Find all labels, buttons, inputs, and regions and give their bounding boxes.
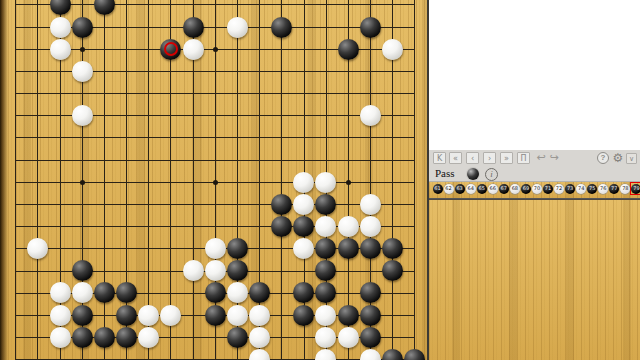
white-stone — [360, 216, 381, 237]
black-move-disc: 63 — [455, 184, 465, 194]
go-to-start-button[interactable]: K — [433, 152, 446, 164]
white-stone — [360, 194, 381, 215]
black-stone — [72, 17, 93, 38]
white-stone — [50, 282, 71, 303]
white-stone — [338, 216, 359, 237]
white-stone — [338, 327, 359, 348]
black-move-disc: 79 — [631, 184, 640, 194]
white-stone — [50, 17, 71, 38]
move-thumbnail-66[interactable]: 66 — [487, 183, 498, 194]
white-stone — [293, 194, 314, 215]
white-stone — [293, 238, 314, 259]
black-stone — [315, 194, 336, 215]
black-stone — [315, 282, 336, 303]
pass-button[interactable]: Pass — [433, 167, 457, 180]
white-stone — [138, 305, 159, 326]
back-1-button[interactable]: ‹ — [466, 152, 479, 164]
white-stone — [315, 327, 336, 348]
move-thumbnail-75[interactable]: 75 — [587, 183, 598, 194]
gear-icon[interactable]: ⚙ — [611, 151, 625, 165]
panel-divider — [427, 0, 429, 360]
white-stone — [360, 105, 381, 126]
move-thumbnail-71[interactable]: 71 — [543, 183, 554, 194]
black-move-disc: 65 — [477, 184, 487, 194]
black-stone-last-move — [160, 39, 181, 60]
move-thumbnail-65[interactable]: 65 — [476, 183, 487, 194]
black-move-disc: 73 — [565, 184, 575, 194]
white-stone — [183, 260, 204, 281]
controls-bar: K « ‹ › » П ↩ ↪ ? ⚙ ∨ Pass i — [429, 150, 640, 182]
black-stone — [72, 327, 93, 348]
move-thumbnail-76[interactable]: 76 — [598, 183, 609, 194]
white-stone — [249, 327, 270, 348]
black-stone — [315, 260, 336, 281]
white-stone — [205, 238, 226, 259]
info-icon[interactable]: i — [485, 168, 498, 181]
white-stone — [50, 305, 71, 326]
black-stone — [293, 216, 314, 237]
black-stone — [338, 305, 359, 326]
white-stone — [315, 305, 336, 326]
black-stone — [360, 238, 381, 259]
black-stone — [50, 0, 71, 15]
move-thumbnail-69[interactable]: 69 — [520, 183, 531, 194]
black-stone — [227, 260, 248, 281]
white-stone — [72, 61, 93, 82]
black-stone — [94, 0, 115, 15]
black-stone — [293, 282, 314, 303]
black-stone — [382, 260, 403, 281]
white-stone — [160, 305, 181, 326]
white-move-disc: 78 — [620, 184, 630, 194]
black-move-disc: 77 — [609, 184, 619, 194]
white-stone — [205, 260, 226, 281]
black-stone — [116, 305, 137, 326]
white-stone — [249, 305, 270, 326]
black-stone — [116, 282, 137, 303]
white-stone — [138, 327, 159, 348]
forward-10-button[interactable]: » — [500, 152, 513, 164]
white-move-disc: 76 — [598, 184, 608, 194]
black-stone — [72, 260, 93, 281]
white-stone — [315, 349, 336, 360]
black-stone — [227, 327, 248, 348]
white-stone — [72, 105, 93, 126]
black-stone — [382, 238, 403, 259]
black-stone — [271, 216, 292, 237]
move-thumbnail-61[interactable]: 61 — [432, 183, 443, 194]
black-stone — [205, 282, 226, 303]
black-stone — [271, 17, 292, 38]
white-move-disc: 74 — [576, 184, 586, 194]
board-left-edge — [0, 0, 8, 360]
white-stone — [227, 305, 248, 326]
branch-back-icon[interactable]: ↩ — [534, 151, 548, 165]
black-stone — [72, 305, 93, 326]
white-stone — [315, 172, 336, 193]
white-stone — [249, 349, 270, 360]
move-thumbnail-64[interactable]: 64 — [465, 183, 476, 194]
move-thumbnail-72[interactable]: 72 — [554, 183, 565, 194]
white-stone — [360, 349, 381, 360]
move-thumbnail-79[interactable]: 79 — [631, 183, 640, 194]
board-stones — [5, 0, 426, 360]
turn-indicator-black-stone-icon — [467, 168, 479, 180]
black-stone — [271, 194, 292, 215]
move-thumbnail-70[interactable]: 70 — [531, 183, 542, 194]
white-stone — [227, 282, 248, 303]
table-background — [429, 200, 640, 360]
move-thumbnail-62[interactable]: 62 — [443, 183, 454, 194]
white-move-disc: 70 — [532, 184, 542, 194]
black-stone — [94, 327, 115, 348]
go-board[interactable] — [0, 0, 427, 360]
black-stone — [360, 305, 381, 326]
white-move-disc: 66 — [488, 184, 498, 194]
black-stone — [338, 39, 359, 60]
white-move-disc: 62 — [444, 184, 454, 194]
white-stone — [315, 216, 336, 237]
black-move-disc: 69 — [521, 184, 531, 194]
white-stone — [293, 172, 314, 193]
help-icon[interactable]: ? — [597, 152, 609, 164]
white-move-disc: 68 — [510, 184, 520, 194]
pass-row: Pass i — [429, 167, 640, 181]
black-move-disc: 61 — [433, 184, 443, 194]
white-stone — [382, 39, 403, 60]
move-thumbnail-68[interactable]: 68 — [509, 183, 520, 194]
black-stone — [249, 282, 270, 303]
move-thumbnail-78[interactable]: 78 — [620, 183, 631, 194]
black-stone — [116, 327, 137, 348]
black-move-disc: 71 — [543, 184, 553, 194]
black-stone — [94, 282, 115, 303]
white-stone — [27, 238, 48, 259]
black-stone — [293, 305, 314, 326]
white-stone — [50, 39, 71, 60]
move-thumbnail-77[interactable]: 77 — [609, 183, 620, 194]
black-stone — [315, 238, 336, 259]
white-stone — [227, 17, 248, 38]
black-stone — [183, 17, 204, 38]
side-panel: K « ‹ › » П ↩ ↪ ? ⚙ ∨ Pass i 61626364656… — [427, 0, 640, 360]
go-app-window: K « ‹ › » П ↩ ↪ ? ⚙ ∨ Pass i 61626364656… — [0, 0, 640, 360]
move-thumbnail-67[interactable]: 67 — [498, 183, 509, 194]
black-stone — [360, 17, 381, 38]
chevron-down-icon[interactable]: ∨ — [626, 153, 637, 164]
black-stone — [338, 238, 359, 259]
move-thumbnail-74[interactable]: 74 — [576, 183, 587, 194]
white-stone — [183, 39, 204, 60]
black-move-disc: 75 — [587, 184, 597, 194]
black-stone — [205, 305, 226, 326]
black-stone — [360, 327, 381, 348]
white-stone — [50, 327, 71, 348]
branch-forward-icon[interactable]: ↪ — [547, 151, 561, 165]
back-10-button[interactable]: « — [449, 152, 462, 164]
game-info-panel — [429, 0, 640, 151]
black-stone — [382, 349, 403, 360]
forward-1-button[interactable]: › — [483, 152, 496, 164]
black-stone — [360, 282, 381, 303]
move-thumbnail-73[interactable]: 73 — [565, 183, 576, 194]
white-move-disc: 64 — [466, 184, 476, 194]
white-stone — [72, 282, 93, 303]
go-to-end-button[interactable]: П — [517, 152, 530, 164]
black-stone — [227, 238, 248, 259]
move-number-strip: 61626364656667686970717273747576777879 — [429, 182, 640, 198]
black-stone — [404, 349, 425, 360]
navigation-row: K « ‹ › » П ↩ ↪ ? ⚙ ∨ — [429, 152, 640, 166]
white-move-disc: 72 — [554, 184, 564, 194]
black-move-disc: 67 — [499, 184, 509, 194]
move-thumbnail-63[interactable]: 63 — [454, 183, 465, 194]
